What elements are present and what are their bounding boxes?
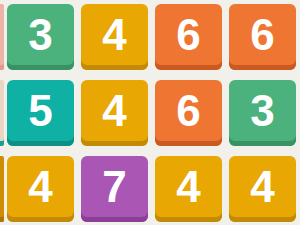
tile-value: 4 xyxy=(250,165,274,209)
tile-value: 4 xyxy=(102,13,126,57)
tile-r3c3[interactable]: 4 xyxy=(155,156,222,222)
board-grid: 346654634744 xyxy=(7,4,296,222)
partial-tile-row2 xyxy=(0,80,4,146)
tile-value: 7 xyxy=(102,165,126,209)
tile-r1c1[interactable]: 3 xyxy=(7,4,74,70)
tile-value: 4 xyxy=(102,89,126,133)
partial-tile-row3 xyxy=(0,156,4,222)
tile-r3c4[interactable]: 4 xyxy=(229,156,296,222)
game-stage: 346654634744 xyxy=(0,0,300,225)
tile-r3c1[interactable]: 4 xyxy=(7,156,74,222)
tile-r3c2[interactable]: 7 xyxy=(81,156,148,222)
partial-tile-row1 xyxy=(0,4,4,70)
tile-r1c3[interactable]: 6 xyxy=(155,4,222,70)
tile-value: 6 xyxy=(176,13,200,57)
tile-value: 3 xyxy=(28,13,52,57)
tile-r2c4[interactable]: 3 xyxy=(229,80,296,146)
tile-value: 5 xyxy=(28,89,52,133)
tile-value: 6 xyxy=(250,13,274,57)
tile-r1c2[interactable]: 4 xyxy=(81,4,148,70)
tile-value: 4 xyxy=(28,165,52,209)
tile-r2c1[interactable]: 5 xyxy=(7,80,74,146)
tile-value: 4 xyxy=(176,165,200,209)
tile-r2c3[interactable]: 6 xyxy=(155,80,222,146)
tile-value: 6 xyxy=(176,89,200,133)
tile-r2c2[interactable]: 4 xyxy=(81,80,148,146)
tile-r1c4[interactable]: 6 xyxy=(229,4,296,70)
tile-value: 3 xyxy=(250,89,274,133)
